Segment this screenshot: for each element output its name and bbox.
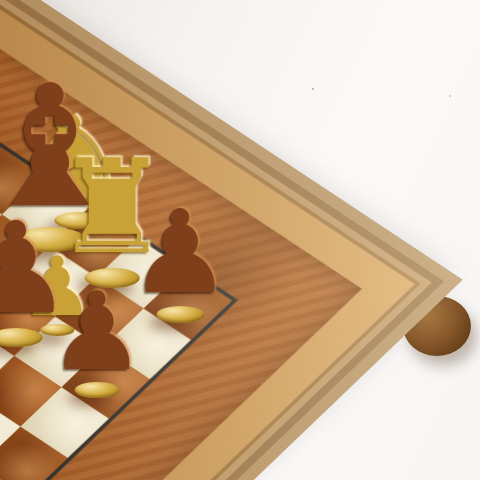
piece-wood-pawn-h2: ♟	[49, 278, 146, 398]
piece-gold-base	[156, 306, 204, 323]
pieces-layer: ♞♝♜♟♟♟♟	[0, 0, 480, 480]
pawn-glyph: ♟	[49, 278, 146, 386]
piece-gold-base	[74, 382, 119, 398]
piece-gold-base	[0, 328, 43, 347]
photo-scene: ♞♝♜♟♟♟♟	[0, 0, 480, 480]
